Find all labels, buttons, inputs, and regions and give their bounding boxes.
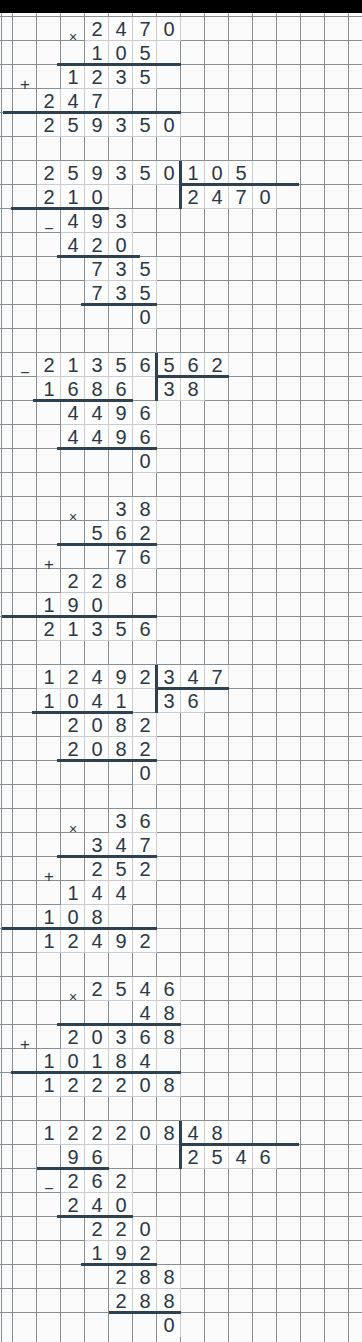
digit-cell-r36c4: 4 [109, 881, 133, 905]
digit-cell-r53c6: 8 [157, 1289, 181, 1313]
digit-cell-r44c5: 0 [133, 1073, 157, 1097]
digit-cell-r27c8: 7 [205, 665, 229, 689]
answer-line-21 [81, 1263, 157, 1266]
digit-cell-r2c3: 2 [85, 65, 109, 89]
digit-cell-r27c1: 1 [37, 665, 61, 689]
digit-cell-r38c1: 1 [37, 929, 61, 953]
answer-line-8 [57, 447, 157, 450]
digit-cell-r6c4: 3 [109, 161, 133, 185]
answer-line-2 [181, 183, 299, 186]
digit-cell-r6c9: 5 [229, 161, 253, 185]
digit-cell-r27c6: 3 [157, 665, 181, 689]
digit-cell-r25c2: 1 [61, 617, 85, 641]
digit-cell-r44c4: 2 [109, 1073, 133, 1097]
digit-cell-r4c1: 2 [37, 113, 61, 137]
answer-line-0 [57, 63, 181, 66]
digit-cell-r34c3: 3 [85, 833, 109, 857]
digit-cell-r37c3: 8 [85, 905, 109, 929]
digit-cell-r14c1: 2 [37, 353, 61, 377]
answer-line-14 [57, 855, 157, 858]
digit-cell-r50c5: 0 [133, 1217, 157, 1241]
digit-cell-r20c5: 8 [133, 497, 157, 521]
digit-cell-r15c2: 6 [61, 377, 85, 401]
plus-sign-icon: + [13, 1033, 37, 1057]
digit-cell-r7c10: 0 [253, 185, 277, 209]
digit-cell-r16c3: 4 [85, 401, 109, 425]
digit-cell-r0c4: 4 [109, 17, 133, 41]
digit-cell-r17c2: 4 [61, 425, 85, 449]
digit-cell-r50c4: 2 [109, 1217, 133, 1241]
digit-cell-r42c2: 2 [61, 1025, 85, 1049]
digit-cell-r14c8: 2 [205, 353, 229, 377]
digit-cell-r4c6: 0 [157, 113, 181, 137]
digit-cell-r10c4: 3 [109, 257, 133, 281]
digit-cell-r30c3: 0 [85, 737, 109, 761]
digit-cell-r47c2: 9 [61, 1145, 85, 1169]
division-bar-0 [179, 161, 182, 209]
digit-cell-r49c2: 2 [61, 1193, 85, 1217]
digit-cell-r38c4: 9 [109, 929, 133, 953]
digit-cell-r23c2: 2 [61, 569, 85, 593]
digit-cell-r37c2: 0 [61, 905, 85, 929]
digit-cell-r24c1: 1 [37, 593, 61, 617]
division-bar-2 [155, 665, 158, 713]
digit-cell-r16c2: 4 [61, 401, 85, 425]
digit-cell-r43c5: 4 [133, 1049, 157, 1073]
answer-line-15 [2, 927, 157, 930]
digit-cell-r8c3: 9 [85, 209, 109, 233]
digit-cell-r51c3: 1 [85, 1241, 109, 1265]
digit-cell-r15c1: 1 [37, 377, 61, 401]
digit-cell-r44c3: 2 [85, 1073, 109, 1097]
top-black-bar [0, 0, 362, 13]
digit-cell-r9c4: 0 [109, 233, 133, 257]
digit-cell-r52c4: 2 [109, 1265, 133, 1289]
digit-cell-r7c3: 0 [85, 185, 109, 209]
digit-cell-r28c6: 3 [157, 689, 181, 713]
digit-cell-r47c3: 6 [85, 1145, 109, 1169]
answer-line-7 [33, 399, 133, 402]
digit-cell-r1c5: 5 [133, 41, 157, 65]
digit-cell-r53c5: 8 [133, 1289, 157, 1313]
digit-cell-r14c4: 5 [109, 353, 133, 377]
digit-cell-r29c3: 0 [85, 713, 109, 737]
digit-cell-r43c2: 0 [61, 1049, 85, 1073]
digit-cell-r31c5: 0 [133, 761, 157, 785]
digit-cell-r27c7: 4 [181, 665, 205, 689]
digit-cell-r33c5: 6 [133, 809, 157, 833]
worksheet-grid: ×2470105+12352472593502593501052102470−4… [0, 0, 362, 1342]
digit-cell-r21c5: 2 [133, 521, 157, 545]
division-bar-1 [155, 353, 158, 401]
digit-cell-r6c5: 5 [133, 161, 157, 185]
digit-cell-r36c2: 1 [61, 881, 85, 905]
digit-cell-r2c2: 1 [61, 65, 85, 89]
digit-cell-r14c5: 6 [133, 353, 157, 377]
answer-line-6 [157, 375, 229, 378]
digit-cell-r7c9: 7 [229, 185, 253, 209]
digit-cell-r22c5: 6 [133, 545, 157, 569]
digit-cell-r7c7: 2 [181, 185, 205, 209]
answer-line-3 [11, 207, 109, 210]
digit-cell-r9c3: 2 [85, 233, 109, 257]
digit-cell-r4c3: 9 [85, 113, 109, 137]
digit-cell-r22c4: 7 [109, 545, 133, 569]
multiply-sign-icon: × [61, 25, 85, 49]
digit-cell-r21c4: 6 [109, 521, 133, 545]
digit-cell-r46c6: 8 [157, 1121, 181, 1145]
digit-cell-r40c3: 2 [85, 977, 109, 1001]
digit-cell-r34c5: 7 [133, 833, 157, 857]
digit-cell-r27c3: 4 [85, 665, 109, 689]
digit-cell-r43c4: 8 [109, 1049, 133, 1073]
digit-cell-r42c4: 3 [109, 1025, 133, 1049]
digit-cell-r48c3: 6 [85, 1169, 109, 1193]
digit-cell-r44c2: 2 [61, 1073, 85, 1097]
digit-cell-r27c5: 2 [133, 665, 157, 689]
minus-sign-icon: − [13, 361, 37, 385]
answer-line-22 [109, 1311, 181, 1314]
answer-line-5 [81, 303, 157, 306]
digit-cell-r38c3: 4 [85, 929, 109, 953]
digit-cell-r40c6: 6 [157, 977, 181, 1001]
answer-line-18 [181, 1143, 299, 1146]
digit-cell-r35c4: 5 [109, 857, 133, 881]
digit-cell-r17c5: 6 [133, 425, 157, 449]
digit-cell-r8c2: 4 [61, 209, 85, 233]
answer-line-13 [57, 759, 157, 762]
digit-cell-r48c4: 2 [109, 1169, 133, 1193]
digit-cell-r52c5: 8 [133, 1265, 157, 1289]
digit-cell-r51c5: 2 [133, 1241, 157, 1265]
answer-line-9 [57, 543, 157, 546]
digit-cell-r25c5: 6 [133, 617, 157, 641]
digit-cell-r42c5: 6 [133, 1025, 157, 1049]
digit-cell-r16c4: 9 [109, 401, 133, 425]
digit-cell-r46c2: 2 [61, 1121, 85, 1145]
digit-cell-r47c8: 5 [205, 1145, 229, 1169]
digit-cell-r40c4: 5 [109, 977, 133, 1001]
digit-cell-r12c5: 0 [133, 305, 157, 329]
answer-line-12 [32, 711, 133, 714]
digit-cell-r38c5: 2 [133, 929, 157, 953]
digit-cell-r50c3: 2 [85, 1217, 109, 1241]
digit-cell-r29c2: 2 [61, 713, 85, 737]
plus-sign-icon: + [37, 553, 61, 577]
multiply-sign-icon: × [61, 985, 85, 1009]
digit-cell-r20c4: 3 [109, 497, 133, 521]
digit-cell-r51c4: 9 [109, 1241, 133, 1265]
digit-cell-r28c7: 6 [181, 689, 205, 713]
digit-cell-r35c3: 2 [85, 857, 109, 881]
digit-cell-r1c3: 1 [85, 41, 109, 65]
digit-cell-r41c5: 4 [133, 1001, 157, 1025]
digit-cell-r46c8: 8 [205, 1121, 229, 1145]
digit-cell-r15c4: 6 [109, 377, 133, 401]
minus-sign-icon: − [37, 217, 61, 241]
digit-cell-r27c2: 2 [61, 665, 85, 689]
digit-cell-r7c8: 4 [205, 185, 229, 209]
digit-cell-r28c4: 1 [109, 689, 133, 713]
digit-cell-r46c3: 2 [85, 1121, 109, 1145]
answer-line-19 [37, 1167, 109, 1170]
digit-cell-r4c2: 5 [61, 113, 85, 137]
digit-cell-r48c2: 2 [61, 1169, 85, 1193]
digit-cell-r15c6: 3 [157, 377, 181, 401]
digit-cell-r11c5: 5 [133, 281, 157, 305]
digit-cell-r0c3: 2 [85, 17, 109, 41]
digit-cell-r47c7: 2 [181, 1145, 205, 1169]
digit-cell-r18c5: 0 [133, 449, 157, 473]
digit-cell-r49c4: 0 [109, 1193, 133, 1217]
digit-cell-r41c6: 8 [157, 1001, 181, 1025]
digit-cell-r11c4: 3 [109, 281, 133, 305]
digit-cell-r3c2: 4 [61, 89, 85, 113]
digit-cell-r49c3: 4 [85, 1193, 109, 1217]
digit-cell-r2c5: 5 [133, 65, 157, 89]
digit-cell-r4c4: 3 [109, 113, 133, 137]
digit-cell-r1c4: 0 [109, 41, 133, 65]
digit-cell-r44c1: 1 [37, 1073, 61, 1097]
digit-cell-r30c5: 2 [133, 737, 157, 761]
digit-cell-r11c3: 7 [85, 281, 109, 305]
digit-cell-r43c1: 1 [37, 1049, 61, 1073]
digit-cell-r17c4: 9 [109, 425, 133, 449]
digit-cell-r54c6: 0 [157, 1313, 181, 1337]
answer-line-17 [11, 1071, 181, 1074]
digit-cell-r25c1: 2 [37, 617, 61, 641]
digit-cell-r6c8: 0 [205, 161, 229, 185]
digit-cell-r6c2: 5 [61, 161, 85, 185]
digit-cell-r9c2: 4 [61, 233, 85, 257]
digit-cell-r30c4: 8 [109, 737, 133, 761]
minus-sign-icon: − [37, 1177, 61, 1201]
digit-cell-r15c7: 8 [181, 377, 205, 401]
digit-cell-r2c4: 3 [109, 65, 133, 89]
digit-cell-r8c4: 3 [109, 209, 133, 233]
digit-cell-r17c3: 4 [85, 425, 109, 449]
digit-cell-r6c3: 9 [85, 161, 109, 185]
digit-cell-r42c6: 8 [157, 1025, 181, 1049]
digit-cell-r15c3: 8 [85, 377, 109, 401]
digit-cell-r14c7: 6 [181, 353, 205, 377]
digit-cell-r29c4: 8 [109, 713, 133, 737]
digit-cell-r23c3: 2 [85, 569, 109, 593]
digit-cell-r43c3: 1 [85, 1049, 109, 1073]
digit-cell-r21c3: 5 [85, 521, 109, 545]
digit-cell-r6c1: 2 [37, 161, 61, 185]
answer-line-10 [2, 615, 157, 618]
digit-cell-r0c5: 7 [133, 17, 157, 41]
digit-cell-r16c5: 6 [133, 401, 157, 425]
digit-cell-r30c2: 2 [61, 737, 85, 761]
digit-cell-r33c4: 3 [109, 809, 133, 833]
digit-cell-r52c6: 8 [157, 1265, 181, 1289]
digit-cell-r37c1: 1 [37, 905, 61, 929]
digit-cell-r25c4: 5 [109, 617, 133, 641]
digit-cell-r28c3: 4 [85, 689, 109, 713]
plus-sign-icon: + [13, 73, 37, 97]
answer-line-4 [57, 255, 140, 258]
multiply-sign-icon: × [61, 817, 85, 841]
digit-cell-r42c3: 0 [85, 1025, 109, 1049]
digit-cell-r6c6: 0 [157, 161, 181, 185]
digit-cell-r47c10: 6 [253, 1145, 277, 1169]
digit-cell-r7c1: 2 [37, 185, 61, 209]
digit-cell-r4c5: 5 [133, 113, 157, 137]
answer-line-11 [157, 687, 229, 690]
left-edge-gridline [1, 13, 2, 1342]
answer-line-1 [3, 111, 181, 114]
digit-cell-r10c3: 7 [85, 257, 109, 281]
digit-cell-r38c2: 2 [61, 929, 85, 953]
digit-cell-r40c5: 4 [133, 977, 157, 1001]
digit-cell-r29c5: 2 [133, 713, 157, 737]
digit-cell-r46c7: 4 [181, 1121, 205, 1145]
answer-line-16 [57, 1023, 181, 1026]
digit-cell-r46c4: 2 [109, 1121, 133, 1145]
digit-cell-r36c3: 4 [85, 881, 109, 905]
digit-cell-r6c7: 1 [181, 161, 205, 185]
digit-cell-r3c3: 7 [85, 89, 109, 113]
division-bar-3 [179, 1121, 182, 1169]
digit-cell-r28c1: 1 [37, 689, 61, 713]
multiply-sign-icon: × [61, 505, 85, 529]
digit-cell-r14c2: 1 [61, 353, 85, 377]
digit-cell-r7c2: 1 [61, 185, 85, 209]
digit-cell-r25c3: 3 [85, 617, 109, 641]
digit-cell-r34c4: 4 [109, 833, 133, 857]
digit-cell-r24c3: 0 [85, 593, 109, 617]
digit-cell-r23c4: 8 [109, 569, 133, 593]
digit-cell-r35c5: 2 [133, 857, 157, 881]
digit-cell-r0c6: 0 [157, 17, 181, 41]
digit-cell-r3c1: 2 [37, 89, 61, 113]
answer-line-20 [57, 1215, 133, 1218]
digit-cell-r46c1: 1 [37, 1121, 61, 1145]
digit-cell-r10c5: 5 [133, 257, 157, 281]
digit-cell-r44c6: 8 [157, 1073, 181, 1097]
digit-cell-r28c2: 0 [61, 689, 85, 713]
digit-cell-r47c9: 4 [229, 1145, 253, 1169]
digit-cell-r46c5: 0 [133, 1121, 157, 1145]
digit-cell-r14c3: 3 [85, 353, 109, 377]
digit-cell-r53c4: 2 [109, 1289, 133, 1313]
digit-cell-r24c2: 9 [61, 593, 85, 617]
digit-cell-r14c6: 5 [157, 353, 181, 377]
digit-cell-r27c4: 9 [109, 665, 133, 689]
plus-sign-icon: + [37, 865, 61, 889]
